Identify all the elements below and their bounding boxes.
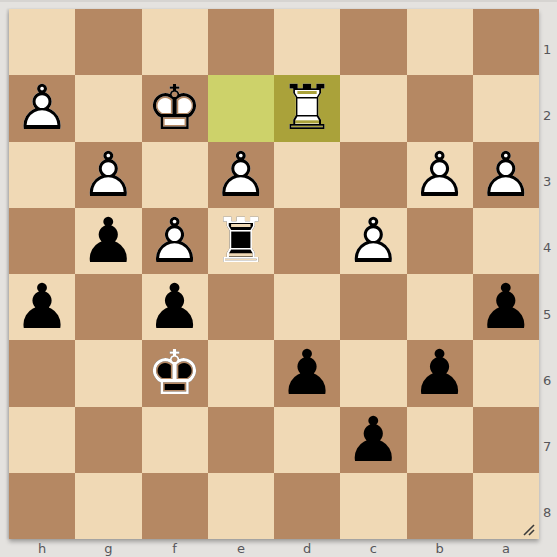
square-c5[interactable]	[340, 274, 406, 340]
square-g1[interactable]	[75, 9, 141, 75]
white-king[interactable]: ♚♔	[142, 75, 208, 141]
piece-fill-glyph: ♟	[274, 340, 340, 406]
square-g2[interactable]	[75, 75, 141, 141]
square-h3[interactable]	[9, 142, 75, 208]
black-pawn[interactable]: ♟	[340, 407, 406, 473]
square-b8[interactable]	[407, 473, 473, 539]
square-f4[interactable]: ♟♙	[142, 208, 208, 274]
piece-outline-glyph: ♖	[274, 75, 340, 141]
file-label-e: e	[208, 539, 274, 557]
square-c4[interactable]: ♟♙	[340, 208, 406, 274]
square-d7[interactable]	[274, 407, 340, 473]
window-top-edge	[0, 0, 557, 2]
white-pawn[interactable]: ♟♙	[473, 142, 539, 208]
square-c1[interactable]	[340, 9, 406, 75]
square-d1[interactable]	[274, 9, 340, 75]
piece-fill-glyph: ♟	[9, 75, 75, 141]
square-e6[interactable]	[208, 340, 274, 406]
chess-board: ♟♙♚♔♜♖♟♙♟♙♟♙♟♙♟♟♙♜♖♟♙♟♟♟♚♔♟♟♟	[9, 9, 539, 539]
piece-outline-glyph: ♙	[142, 208, 208, 274]
piece-outline-glyph: ♙	[75, 142, 141, 208]
board-area: ♟♙♚♔♜♖♟♙♟♙♟♙♟♙♟♟♙♜♖♟♙♟♟♟♚♔♟♟♟	[9, 9, 539, 539]
file-label-f: f	[142, 539, 208, 557]
piece-fill-glyph: ♟	[75, 208, 141, 274]
piece-fill-glyph: ♜	[208, 208, 274, 274]
square-h1[interactable]	[9, 9, 75, 75]
square-f7[interactable]	[142, 407, 208, 473]
square-e5[interactable]	[208, 274, 274, 340]
square-d2[interactable]: ♜♖	[274, 75, 340, 141]
file-labels: hgfedcba	[9, 539, 539, 557]
rank-labels: 12345678	[543, 9, 557, 539]
square-e1[interactable]	[208, 9, 274, 75]
white-pawn[interactable]: ♟♙	[208, 142, 274, 208]
square-d6[interactable]: ♟	[274, 340, 340, 406]
square-d5[interactable]	[274, 274, 340, 340]
piece-fill-glyph: ♟	[407, 340, 473, 406]
piece-fill-glyph: ♟	[75, 142, 141, 208]
rank-label-1: 1	[543, 16, 557, 82]
square-c3[interactable]	[340, 142, 406, 208]
piece-outline-glyph: ♙	[407, 142, 473, 208]
square-h8[interactable]	[9, 473, 75, 539]
piece-outline-glyph: ♙	[340, 208, 406, 274]
piece-fill-glyph: ♟	[9, 274, 75, 340]
square-a3[interactable]: ♟♙	[473, 142, 539, 208]
square-b2[interactable]	[407, 75, 473, 141]
square-a7[interactable]	[473, 407, 539, 473]
white-pawn[interactable]: ♟♙	[340, 208, 406, 274]
piece-fill-glyph: ♟	[208, 142, 274, 208]
black-pawn[interactable]: ♟	[407, 340, 473, 406]
square-b3[interactable]: ♟♙	[407, 142, 473, 208]
square-d3[interactable]	[274, 142, 340, 208]
square-h7[interactable]	[9, 407, 75, 473]
file-label-a: a	[473, 539, 539, 557]
piece-fill-glyph: ♟	[142, 274, 208, 340]
piece-outline-glyph: ♙	[9, 75, 75, 141]
square-b7[interactable]	[407, 407, 473, 473]
square-f8[interactable]	[142, 473, 208, 539]
piece-fill-glyph: ♟	[473, 274, 539, 340]
file-label-d: d	[274, 539, 340, 557]
square-f1[interactable]	[142, 9, 208, 75]
square-b1[interactable]	[407, 9, 473, 75]
board-resize-handle[interactable]	[521, 522, 535, 536]
square-h2[interactable]: ♟♙	[9, 75, 75, 141]
square-f3[interactable]	[142, 142, 208, 208]
square-f2[interactable]: ♚♔	[142, 75, 208, 141]
square-c6[interactable]	[340, 340, 406, 406]
piece-outline-glyph: ♔	[142, 75, 208, 141]
piece-outline-glyph: ♖	[208, 208, 274, 274]
piece-fill-glyph: ♟	[340, 208, 406, 274]
piece-fill-glyph: ♟	[473, 142, 539, 208]
white-rook[interactable]: ♜♖	[274, 75, 340, 141]
square-f6[interactable]: ♚♔	[142, 340, 208, 406]
white-pawn[interactable]: ♟♙	[142, 208, 208, 274]
square-e2[interactable]	[208, 75, 274, 141]
black-rook[interactable]: ♜♖	[208, 208, 274, 274]
square-a1[interactable]	[473, 9, 539, 75]
square-b4[interactable]	[407, 208, 473, 274]
square-h4[interactable]	[9, 208, 75, 274]
piece-fill-glyph: ♚	[142, 75, 208, 141]
piece-fill-glyph: ♟	[340, 407, 406, 473]
piece-fill-glyph: ♜	[274, 75, 340, 141]
square-g8[interactable]	[75, 473, 141, 539]
white-pawn[interactable]: ♟♙	[75, 142, 141, 208]
square-g4[interactable]: ♟	[75, 208, 141, 274]
piece-outline-glyph: ♔	[142, 340, 208, 406]
white-pawn[interactable]: ♟♙	[9, 75, 75, 141]
black-pawn[interactable]: ♟	[75, 208, 141, 274]
black-pawn[interactable]: ♟	[142, 274, 208, 340]
piece-outline-glyph: ♙	[473, 142, 539, 208]
file-label-g: g	[75, 539, 141, 557]
file-label-c: c	[340, 539, 406, 557]
rank-label-8: 8	[543, 480, 557, 546]
black-king[interactable]: ♚♔	[142, 340, 208, 406]
square-a2[interactable]	[473, 75, 539, 141]
rank-label-3: 3	[543, 149, 557, 215]
piece-outline-glyph: ♙	[208, 142, 274, 208]
square-g5[interactable]	[75, 274, 141, 340]
piece-fill-glyph: ♟	[142, 208, 208, 274]
square-d4[interactable]	[274, 208, 340, 274]
square-g7[interactable]	[75, 407, 141, 473]
piece-fill-glyph: ♚	[142, 340, 208, 406]
square-a4[interactable]	[473, 208, 539, 274]
black-pawn[interactable]: ♟	[274, 340, 340, 406]
square-h5[interactable]: ♟	[9, 274, 75, 340]
black-pawn[interactable]: ♟	[9, 274, 75, 340]
square-a5[interactable]: ♟	[473, 274, 539, 340]
rank-label-4: 4	[543, 215, 557, 281]
piece-fill-glyph: ♟	[407, 142, 473, 208]
white-pawn[interactable]: ♟♙	[407, 142, 473, 208]
square-h6[interactable]	[9, 340, 75, 406]
square-d8[interactable]	[274, 473, 340, 539]
square-f5[interactable]: ♟	[142, 274, 208, 340]
square-c8[interactable]	[340, 473, 406, 539]
file-label-h: h	[9, 539, 75, 557]
square-c2[interactable]	[340, 75, 406, 141]
square-e4[interactable]: ♜♖	[208, 208, 274, 274]
square-a6[interactable]	[473, 340, 539, 406]
rank-label-6: 6	[543, 347, 557, 413]
square-e7[interactable]	[208, 407, 274, 473]
square-b6[interactable]: ♟	[407, 340, 473, 406]
rank-label-2: 2	[543, 82, 557, 148]
rank-label-5: 5	[543, 281, 557, 347]
file-label-b: b	[407, 539, 473, 557]
square-e8[interactable]	[208, 473, 274, 539]
square-c7[interactable]: ♟	[340, 407, 406, 473]
square-e3[interactable]: ♟♙	[208, 142, 274, 208]
black-pawn[interactable]: ♟	[473, 274, 539, 340]
square-g3[interactable]: ♟♙	[75, 142, 141, 208]
rank-label-7: 7	[543, 414, 557, 480]
square-b5[interactable]	[407, 274, 473, 340]
square-g6[interactable]	[75, 340, 141, 406]
